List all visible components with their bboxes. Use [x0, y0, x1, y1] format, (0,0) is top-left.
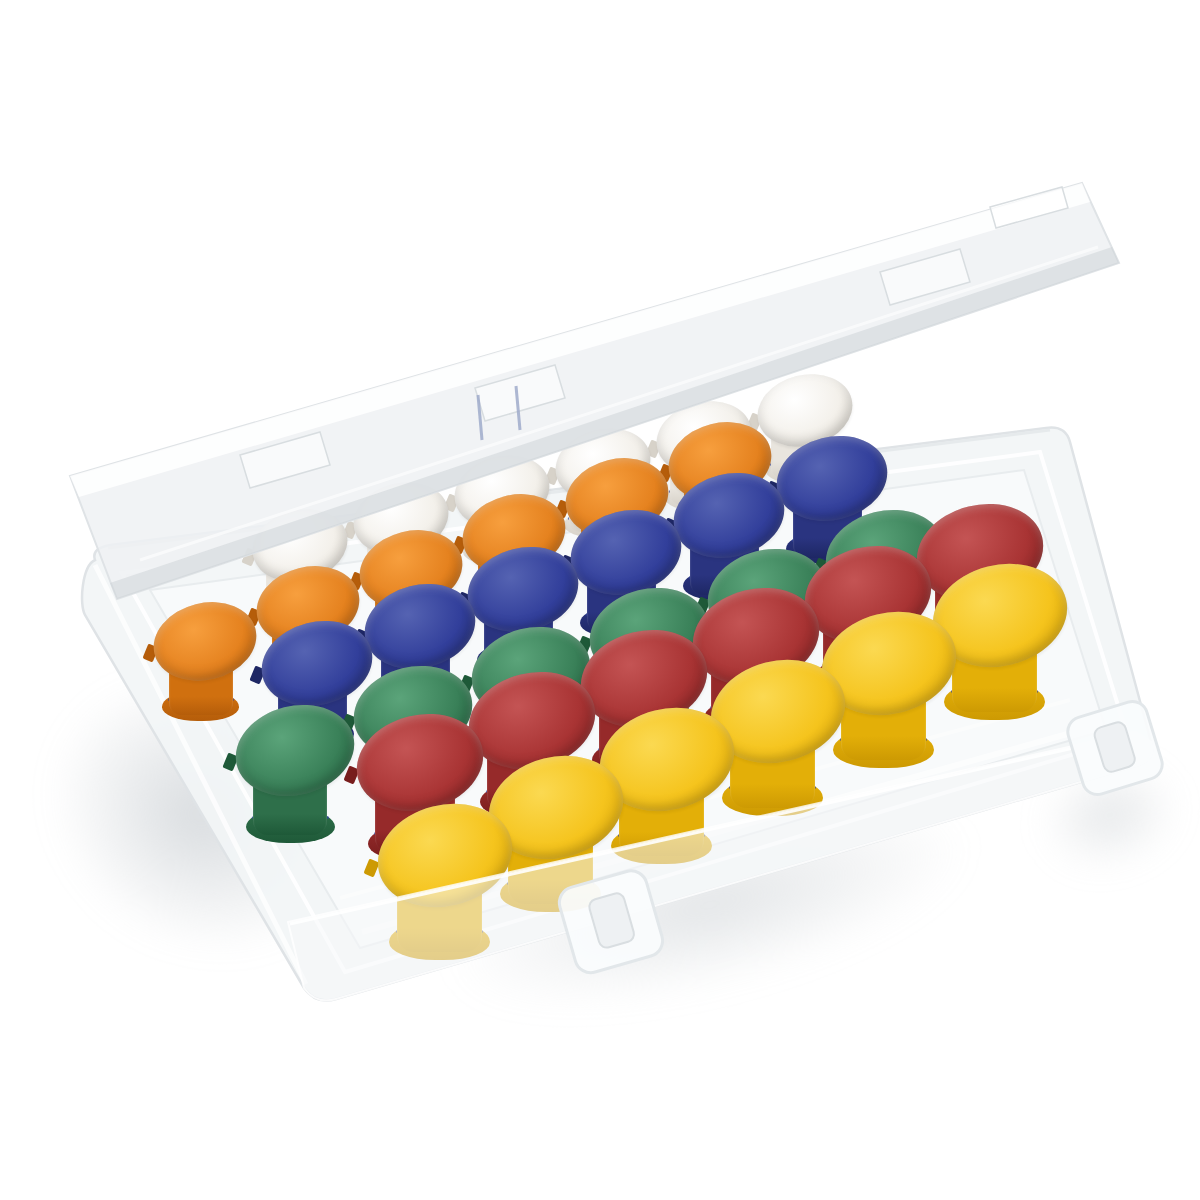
magnet-case-product-photo	[0, 0, 1200, 1200]
front-wall-top-edge	[290, 734, 1136, 924]
front-wall-translucent-band	[288, 732, 1152, 1000]
storage-case-front-wall	[0, 0, 1200, 1200]
